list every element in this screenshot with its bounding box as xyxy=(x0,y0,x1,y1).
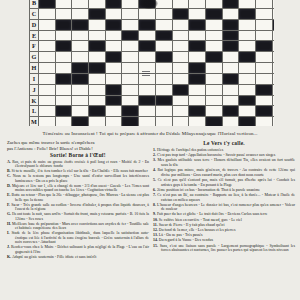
grid-cell-H10-black xyxy=(189,63,205,73)
down-clue-13: 13. Là - Ou ne pas - Très passés xyxy=(153,233,295,238)
row-label-K: K xyxy=(30,96,38,106)
down-clue-6: 6. 2ème position ici en bas - Incarnatio… xyxy=(153,188,295,193)
grid-cell-I5[interactable] xyxy=(106,74,122,84)
grid-cell-J12[interactable] xyxy=(223,85,239,95)
grid-cell-D10-black xyxy=(189,20,205,30)
grid-cell-B13[interactable] xyxy=(239,0,255,8)
grid-cell-C2[interactable] xyxy=(56,9,72,19)
across-clue-E: E. Botte au retour - Plus que la 26e - d… xyxy=(7,193,149,202)
across-clue-B: B. Si tu te mouille, il te fera tomber l… xyxy=(7,169,149,173)
grid-cell-J13[interactable] xyxy=(239,85,255,95)
grid-cell-B6[interactable] xyxy=(122,0,138,8)
grid-cell-D3-black xyxy=(72,20,88,30)
grid-cell-L5[interactable] xyxy=(106,106,122,116)
grid-cell-C13-black xyxy=(239,9,255,19)
grid-cell-H12[interactable] xyxy=(223,63,239,73)
grid-cell-M5[interactable] xyxy=(106,117,122,126)
grid-cell-K3[interactable] xyxy=(72,96,88,106)
grid-cell-G2[interactable] xyxy=(56,52,72,62)
grid-cell-J9-black xyxy=(173,85,189,95)
grid-cell-G1[interactable] xyxy=(39,52,55,62)
grid-cell-K13-black xyxy=(239,96,255,106)
grid-cell-M15[interactable] xyxy=(273,117,274,126)
grid-cell-J2[interactable] xyxy=(56,85,72,95)
grid-cell-C6[interactable] xyxy=(122,9,138,19)
grid-cell-F6[interactable] xyxy=(122,41,138,51)
row-label-H: H xyxy=(30,63,38,73)
grid-cell-G5-black xyxy=(106,52,122,62)
grid-cell-E9[interactable] xyxy=(173,31,189,41)
grid-cell-J4[interactable] xyxy=(89,85,105,95)
grid-cell-D5-black xyxy=(106,20,122,30)
grid-cell-H9[interactable] xyxy=(173,63,189,73)
grid-cell-I1[interactable] xyxy=(39,74,55,84)
grid-cell-F15[interactable] xyxy=(273,41,274,51)
grid-cell-I10-black xyxy=(189,74,205,84)
grid-cell-I15[interactable] xyxy=(273,74,274,84)
grid-cell-M12[interactable] xyxy=(223,117,239,126)
grid-cell-G13-black xyxy=(239,52,255,62)
grid-cell-J6[interactable] xyxy=(122,85,138,95)
across-clue-A: A. Rus, et puis de nuire ou grosse étoff… xyxy=(7,160,149,169)
grid-cell-B14[interactable] xyxy=(256,0,272,8)
grid-cell-D6[interactable] xyxy=(122,20,138,30)
down-clue-list: 1. Héritage de l'archipel des patins enf… xyxy=(153,148,295,253)
grid-cell-H2[interactable] xyxy=(56,63,72,73)
grid-cell-I9[interactable] xyxy=(173,74,189,84)
grid-cell-B15[interactable] xyxy=(273,0,274,8)
down-clue-5: 5. Ce n'est pas qu'il s'entend pas, mais… xyxy=(153,178,295,187)
grid-cell-H15[interactable] xyxy=(273,63,274,73)
grid-cell-C4-black xyxy=(89,9,105,19)
grid-cell-H3-black xyxy=(72,63,88,73)
grid-cell-D4[interactable] xyxy=(89,20,105,30)
grid-cell-I11[interactable] xyxy=(206,74,222,84)
grid-cell-C9-black xyxy=(173,9,189,19)
grid-cell-M7[interactable] xyxy=(139,117,155,126)
grid-cell-J10[interactable] xyxy=(189,85,205,95)
row-label-J: J xyxy=(30,85,38,95)
grid-cell-B10[interactable] xyxy=(189,0,205,8)
across-clue-G: G. Ils ont toute la nuit, sans arrêts - … xyxy=(7,212,149,221)
grid-cell-G12[interactable] xyxy=(223,52,239,62)
grid-cell-D15-black xyxy=(273,20,274,30)
across-clue-J: J. Rendez-vous chez le Maire - Déchet sa… xyxy=(7,245,149,254)
grid-cell-L7[interactable] xyxy=(139,106,155,116)
grid-cell-M1[interactable] xyxy=(39,117,55,126)
grid-cell-C12[interactable] xyxy=(223,9,239,19)
grid-cell-K8-black xyxy=(156,96,172,106)
grid-cell-F14-black xyxy=(256,41,272,51)
down-clue-7: 7. Ce n'est pas un Bé, au contraire - Ra… xyxy=(153,193,295,202)
grid-cell-L3[interactable] xyxy=(72,106,88,116)
grid-cell-D8[interactable] xyxy=(156,20,172,30)
grid-cell-H8[interactable] xyxy=(156,63,172,73)
grid-cell-B2[interactable] xyxy=(56,0,72,8)
grid-cell-D7-black xyxy=(139,20,155,30)
grid-cell-C3[interactable] xyxy=(72,9,88,19)
grid-cell-E13[interactable] xyxy=(239,31,255,41)
grid-cell-L1[interactable] xyxy=(39,106,55,116)
row-label-F: F xyxy=(30,41,38,51)
row-label-C: C xyxy=(30,9,38,19)
grid-cell-F4-black xyxy=(89,41,105,51)
across-clues-column: Zaches que même trouver la sortie n'empê… xyxy=(7,140,149,260)
grid-cell-C1[interactable] xyxy=(39,9,55,19)
grid-cell-J7[interactable] xyxy=(139,85,155,95)
down-clue-11: 11. Sueur de Pierre - Il y fait plus cha… xyxy=(153,223,295,228)
grid-cell-K6[interactable] xyxy=(122,96,138,106)
grid-cell-J15[interactable] xyxy=(273,85,274,95)
grid-cell-B9[interactable] xyxy=(173,0,189,8)
grid-cell-L4-black xyxy=(89,106,105,116)
row-label-I: I xyxy=(30,74,38,84)
grid-cell-L9[interactable] xyxy=(173,106,189,116)
grid-cell-F9[interactable] xyxy=(173,41,189,51)
grid-cell-G4[interactable] xyxy=(89,52,105,62)
down-clue-4: 4. Rat logique pas mince, mais généreux,… xyxy=(153,168,295,177)
grid-cell-M11-black xyxy=(206,117,222,126)
grid-cell-C10[interactable] xyxy=(189,9,205,19)
down-clue-8: 8. L'houeur d'anges heureux - Le dossier… xyxy=(153,203,295,212)
grid-cell-D11[interactable] xyxy=(206,20,222,30)
grid-cell-D9[interactable] xyxy=(173,20,189,30)
grid-cell-K15[interactable] xyxy=(273,96,274,106)
grid-cell-M9[interactable] xyxy=(173,117,189,126)
across-clue-list: A. Rus, et puis de nuire ou grosse étoff… xyxy=(7,160,149,259)
grid-cell-L10-black xyxy=(189,106,205,116)
grid-cell-D14[interactable] xyxy=(256,20,272,30)
grid-cell-J14-black xyxy=(256,85,272,95)
row-label-B: B xyxy=(30,0,38,8)
grid-cell-G8-black xyxy=(156,52,172,62)
grid-cell-L6-black xyxy=(122,106,138,116)
down-clue-9: 9. Fait puer du bec et gâche - Le trait … xyxy=(153,212,295,217)
grid-cell-E2[interactable] xyxy=(56,31,72,41)
grid-cell-B3[interactable] xyxy=(72,0,88,8)
down-clue-15: 15. Sans, c'est une liaison sans parole … xyxy=(153,244,295,253)
grid-cell-I4[interactable] xyxy=(89,74,105,84)
grid-cell-L14-black xyxy=(256,106,272,116)
grid-cell-C14[interactable] xyxy=(256,9,272,19)
grid-cell-E10[interactable] xyxy=(189,31,205,41)
grid-cell-K2[interactable] xyxy=(56,96,72,106)
grid-cell-M6-black xyxy=(122,117,138,126)
grid-cell-H4-black xyxy=(89,63,105,73)
grid-cell-C7[interactable] xyxy=(139,9,155,19)
grid-cell-B8[interactable] xyxy=(156,0,172,8)
grid-cell-E11[interactable] xyxy=(206,31,222,41)
grid-cell-K10[interactable] xyxy=(189,96,205,106)
grid-cell-I12-black xyxy=(223,74,239,84)
across-clue-H: H. Meilleure base de préparation - Murs … xyxy=(7,222,149,231)
grid-cell-F1[interactable] xyxy=(39,41,55,51)
grid-cell-B12-black xyxy=(223,0,239,8)
grid-cell-E1[interactable] xyxy=(39,31,55,41)
grid-cell-C15[interactable] xyxy=(273,9,274,19)
grid-cell-F10-black xyxy=(189,41,205,51)
grid-cell-G7[interactable] xyxy=(139,52,155,62)
grid-cell-F2-black xyxy=(56,41,72,51)
grid-cell-L8[interactable] xyxy=(156,106,172,116)
grid-cell-L12-black xyxy=(223,106,239,116)
grid-cell-L13[interactable] xyxy=(239,106,255,116)
grid-cell-D2-black xyxy=(56,20,72,30)
grid-cell-H13[interactable] xyxy=(239,63,255,73)
across-clue-I: I. Stade de la 1ère phase d'organisation… xyxy=(7,231,149,244)
grid-cell-G14[interactable] xyxy=(256,52,272,62)
across-clue-D: D. Majeure et 1ère sur 1, elle a changé … xyxy=(7,184,149,193)
scanned-crossword-page: BCDEFGHIJKLMN Téméraire ou Inconscient !… xyxy=(0,0,300,300)
grid-cell-E3[interactable] xyxy=(72,31,88,41)
grid-cell-F12-black xyxy=(223,41,239,51)
down-clue-3: 3. Mes gaulois utilisable sous terre - H… xyxy=(153,158,295,167)
crossword-board: BCDEFGHIJKLMN xyxy=(29,0,274,126)
grid-cell-F3[interactable] xyxy=(72,41,88,51)
grid-cell-H1[interactable] xyxy=(39,63,55,73)
grid-cell-E7[interactable] xyxy=(139,31,155,41)
grid-cell-G11-black xyxy=(206,52,222,62)
grid-cell-E15[interactable] xyxy=(273,31,274,41)
grid-cell-M10[interactable] xyxy=(189,117,205,126)
down-clue-2: 2. C'est pas trop tard - Appellation bav… xyxy=(153,153,295,158)
grid-cell-F5[interactable] xyxy=(106,41,122,51)
down-header: Le Vers t'y calle. xyxy=(153,140,295,147)
grid-cell-M8[interactable] xyxy=(156,117,172,126)
grid-cell-M13-black xyxy=(239,117,255,126)
across-header: Sortie! Borne à l'Œuf! xyxy=(7,152,149,159)
grid-cell-F8[interactable] xyxy=(156,41,172,51)
grid-cell-K14[interactable] xyxy=(256,96,272,106)
grid-cell-F11[interactable] xyxy=(206,41,222,51)
grid-cell-K7-black xyxy=(139,96,155,106)
grid-cell-C8[interactable] xyxy=(156,9,172,19)
grid-cell-G6[interactable] xyxy=(122,52,138,62)
grid-cell-I14[interactable] xyxy=(256,74,272,84)
grid-cell-G3[interactable] xyxy=(72,52,88,62)
grid-cell-I3-black xyxy=(72,74,88,84)
grid-cell-J11[interactable] xyxy=(206,85,222,95)
grid-cell-E12-black xyxy=(223,31,239,41)
down-clue-10: 10. Se cultive bien en carrière - Tout n… xyxy=(153,218,295,223)
grid-cell-K11[interactable] xyxy=(206,96,222,106)
grid-cell-L2-black xyxy=(56,106,72,116)
grid-cell-B11[interactable] xyxy=(206,0,222,8)
grid-cell-E4[interactable] xyxy=(89,31,105,41)
grid-cell-K12[interactable] xyxy=(223,96,239,106)
grid-cell-E6-black xyxy=(122,31,138,41)
grid-cell-D12-black xyxy=(223,20,239,30)
grid-cell-B5-black xyxy=(106,0,122,8)
grid-cell-G15[interactable] xyxy=(273,52,274,62)
grid-cell-D13[interactable] xyxy=(239,20,255,30)
down-clues-column: Le Vers t'y calle. 1. Héritage de l'arch… xyxy=(153,140,295,253)
grid-cell-L11[interactable] xyxy=(206,106,222,116)
grid-cell-J5-black xyxy=(106,85,122,95)
grid-cell-K1[interactable] xyxy=(39,96,55,106)
across-clue-K: K. Adapté au génie souterrain - Fille id… xyxy=(7,255,149,259)
row-label-L: L xyxy=(30,106,38,116)
grid-cell-E8-black xyxy=(156,31,172,41)
grid-cell-H5[interactable] xyxy=(106,63,122,73)
across-clue-C: C. Nous ne la restons pas longtemps - Un… xyxy=(7,174,149,183)
grid-cell-K5-black xyxy=(106,96,122,106)
grid-cell-E14[interactable] xyxy=(256,31,272,41)
grid-cell-M4[interactable] xyxy=(89,117,105,126)
grid-cell-F13[interactable] xyxy=(239,41,255,51)
row-label-M: M xyxy=(30,117,38,126)
grid-cell-H6[interactable] xyxy=(122,63,138,73)
grid-cell-H14[interactable] xyxy=(256,63,272,73)
grid-cell-M3-black xyxy=(72,117,88,126)
grid-cell-J3[interactable] xyxy=(72,85,88,95)
row-label-D: D xyxy=(30,20,38,30)
print-smudge xyxy=(142,71,150,76)
row-label-G: G xyxy=(30,52,38,62)
grid-cell-H11[interactable] xyxy=(206,63,222,73)
grid-cell-C11-black xyxy=(206,9,222,19)
grid-cell-J1[interactable] xyxy=(39,85,55,95)
grid-cell-M2[interactable] xyxy=(56,117,72,126)
grid-cell-F7-black xyxy=(139,41,155,51)
grid-cell-K4[interactable] xyxy=(89,96,105,106)
grid-cell-D1[interactable] xyxy=(39,20,55,30)
grid-cell-M14[interactable] xyxy=(256,117,272,126)
grid-cell-G9[interactable] xyxy=(173,52,189,62)
grid-cell-I13[interactable] xyxy=(239,74,255,84)
down-clue-1: 1. Héritage de l'archipel des patins enf… xyxy=(153,148,295,153)
grid-cell-J8[interactable] xyxy=(156,85,172,95)
grid-cell-C5[interactable] xyxy=(106,9,122,19)
intro-line: Téméraire ou Inconscient ! Toi qui te pr… xyxy=(6,131,294,137)
grid-cell-B1-black xyxy=(39,0,55,8)
grid-cell-B4[interactable] xyxy=(89,0,105,8)
grid-cell-I6[interactable] xyxy=(122,74,138,84)
crossword-grid: BCDEFGHIJKLMN xyxy=(29,0,274,126)
down-clue-12: 12. Du fond de la mer, elle - Les bossus… xyxy=(153,228,295,233)
grid-cell-L15[interactable] xyxy=(273,106,274,116)
grid-cell-E5[interactable] xyxy=(106,31,122,41)
across-clue-F: F. Sœur - Très grande salle au codlon - … xyxy=(7,203,149,212)
grid-cell-I8[interactable] xyxy=(156,74,172,84)
grid-cell-G10[interactable] xyxy=(189,52,205,62)
grid-cell-I2-black xyxy=(56,74,72,84)
grid-cell-K9[interactable] xyxy=(173,96,189,106)
down-clue-14: 14. Du regard à la Vanne - Des vendus xyxy=(153,238,295,243)
row-label-E: E xyxy=(30,31,38,41)
